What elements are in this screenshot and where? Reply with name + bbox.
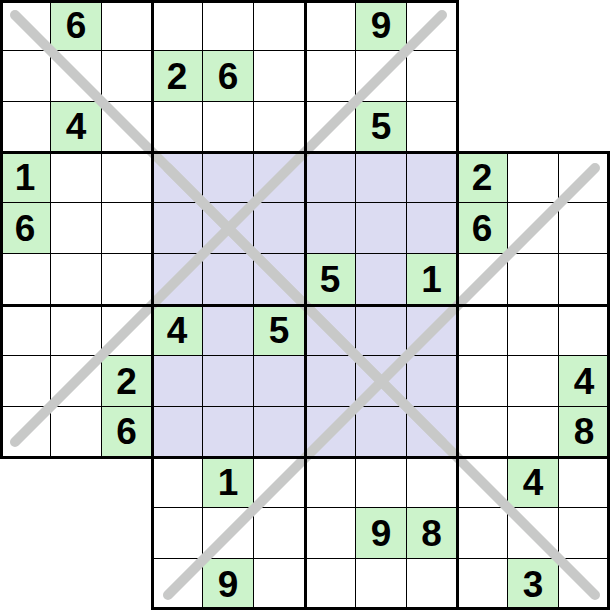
cell-r1c3[interactable]: 2: [152, 51, 203, 102]
cell-r5c0[interactable]: [0, 254, 51, 305]
cell-r9c8[interactable]: [407, 457, 457, 508]
cell-r8c0[interactable]: [0, 407, 51, 457]
cell-value: 4: [523, 464, 544, 501]
cell-r0c7[interactable]: 9: [356, 0, 407, 51]
grid-line: [0, 0, 3, 457]
cell-r8c7[interactable]: [356, 407, 407, 457]
cell-r7c7[interactable]: [356, 356, 407, 407]
cell-r3c4[interactable]: [203, 152, 254, 203]
cell-r8c4[interactable]: [203, 407, 254, 457]
cell-r2c3[interactable]: [152, 102, 203, 152]
grid-line: [0, 151, 610, 154]
cell-value: 2: [116, 363, 137, 400]
cell-r6c11[interactable]: [559, 305, 610, 356]
cell-r8c8[interactable]: [407, 407, 457, 457]
cell-r0c1[interactable]: 6: [51, 0, 102, 51]
cell-r7c3[interactable]: [152, 356, 203, 407]
grid-line: [0, 304, 610, 307]
cell-r11c5[interactable]: [254, 559, 305, 610]
cell-r4c11[interactable]: [559, 203, 610, 254]
cell-r8c3[interactable]: [152, 407, 203, 457]
cell-r11c4[interactable]: 9: [203, 559, 254, 610]
cell-r0c3[interactable]: [152, 0, 203, 51]
cell-r3c0[interactable]: 1: [0, 152, 51, 203]
cell-r0c4[interactable]: [203, 0, 254, 51]
cell-r10c3[interactable]: [152, 508, 203, 559]
cell-r6c6[interactable]: [305, 305, 356, 356]
cell-r6c9[interactable]: [457, 305, 508, 356]
cell-r4c2[interactable]: [102, 203, 152, 254]
cell-r5c1[interactable]: [51, 254, 102, 305]
cell-r2c2[interactable]: [102, 102, 152, 152]
cell-r8c6[interactable]: [305, 407, 356, 457]
cell-value: 4: [167, 312, 188, 349]
cell-r10c5[interactable]: [254, 508, 305, 559]
cell-r6c5[interactable]: 5: [254, 305, 305, 356]
cell-r5c3[interactable]: [152, 254, 203, 305]
cell-r1c4[interactable]: 6: [203, 51, 254, 102]
cell-r0c2[interactable]: [102, 0, 152, 51]
cell-r9c6[interactable]: [305, 457, 356, 508]
cell-r11c8[interactable]: [407, 559, 457, 610]
cell-r5c4[interactable]: [203, 254, 254, 305]
cell-r2c1[interactable]: 4: [51, 102, 102, 152]
cell-r7c4[interactable]: [203, 356, 254, 407]
cell-value: 1: [15, 159, 36, 196]
cell-r1c7[interactable]: [356, 51, 407, 102]
cell-r7c6[interactable]: [305, 356, 356, 407]
cell-value: 6: [472, 210, 493, 247]
cell-r2c0[interactable]: [0, 102, 51, 152]
cell-r4c9[interactable]: 6: [457, 203, 508, 254]
cell-r3c8[interactable]: [407, 152, 457, 203]
cell-value: 3: [523, 566, 544, 603]
cell-r10c7[interactable]: 9: [356, 508, 407, 559]
cell-r8c1[interactable]: [51, 407, 102, 457]
cell-r7c9[interactable]: [457, 356, 508, 407]
cell-r7c1[interactable]: [51, 356, 102, 407]
cell-value: 1: [421, 261, 442, 298]
cell-r3c3[interactable]: [152, 152, 203, 203]
cell-r5c7[interactable]: [356, 254, 407, 305]
cell-r9c7[interactable]: [356, 457, 407, 508]
cell-r5c5[interactable]: [254, 254, 305, 305]
cell-r2c7[interactable]: 5: [356, 102, 407, 152]
cell-value: 2: [472, 159, 493, 196]
cell-r3c1[interactable]: [51, 152, 102, 203]
cell-value: 2: [167, 58, 188, 95]
cell-r6c2[interactable]: [102, 305, 152, 356]
cell-r8c10[interactable]: [508, 407, 559, 457]
cell-r8c11[interactable]: 8: [559, 407, 610, 457]
cell-r3c10[interactable]: [508, 152, 559, 203]
cell-r11c9[interactable]: [457, 559, 508, 610]
cell-r9c11[interactable]: [559, 457, 610, 508]
cell-r10c6[interactable]: [305, 508, 356, 559]
cell-r1c5[interactable]: [254, 51, 305, 102]
cell-r6c4[interactable]: [203, 305, 254, 356]
cell-r11c6[interactable]: [305, 559, 356, 610]
cell-r11c7[interactable]: [356, 559, 407, 610]
cell-r3c11[interactable]: [559, 152, 610, 203]
cell-r9c3[interactable]: [152, 457, 203, 508]
cell-r9c10[interactable]: 4: [508, 457, 559, 508]
cell-r5c2[interactable]: [102, 254, 152, 305]
cell-value: 5: [371, 108, 392, 145]
cell-r1c6[interactable]: [305, 51, 356, 102]
cell-r3c9[interactable]: 2: [457, 152, 508, 203]
cell-value: 9: [218, 566, 239, 603]
cell-r3c7[interactable]: [356, 152, 407, 203]
cell-r10c4[interactable]: [203, 508, 254, 559]
cell-r7c10[interactable]: [508, 356, 559, 407]
cell-value: 8: [574, 413, 595, 450]
cell-r5c11[interactable]: [559, 254, 610, 305]
cell-r6c0[interactable]: [0, 305, 51, 356]
cell-value: 6: [15, 210, 36, 247]
cell-r5c6[interactable]: 5: [305, 254, 356, 305]
cell-r9c9[interactable]: [457, 457, 508, 508]
cell-r3c6[interactable]: [305, 152, 356, 203]
cell-r1c2[interactable]: [102, 51, 152, 102]
cell-r2c6[interactable]: [305, 102, 356, 152]
cell-r0c0[interactable]: [0, 0, 51, 51]
cell-r5c8[interactable]: 1: [407, 254, 457, 305]
cell-r4c3[interactable]: [152, 203, 203, 254]
cell-r8c5[interactable]: [254, 407, 305, 457]
cell-r7c2[interactable]: 2: [102, 356, 152, 407]
cell-r10c9[interactable]: [457, 508, 508, 559]
cell-r5c10[interactable]: [508, 254, 559, 305]
cell-r2c4[interactable]: [203, 102, 254, 152]
cell-value: 4: [66, 108, 87, 145]
cell-r0c8[interactable]: [407, 0, 457, 51]
cell-r11c11[interactable]: [559, 559, 610, 610]
cell-r1c1[interactable]: [51, 51, 102, 102]
cell-value: 4: [574, 363, 595, 400]
cell-r9c4[interactable]: 1: [203, 457, 254, 508]
cell-r4c7[interactable]: [356, 203, 407, 254]
cell-r6c3[interactable]: 4: [152, 305, 203, 356]
cell-r5c9[interactable]: [457, 254, 508, 305]
cell-r10c11[interactable]: [559, 508, 610, 559]
cell-r4c1[interactable]: [51, 203, 102, 254]
cell-r1c8[interactable]: [407, 51, 457, 102]
cell-r8c2[interactable]: 6: [102, 407, 152, 457]
cell-value: 1: [218, 464, 239, 501]
cell-value: 6: [66, 7, 87, 44]
cell-value: 9: [371, 515, 392, 552]
cell-r11c3[interactable]: [152, 559, 203, 610]
cell-value: 6: [116, 413, 137, 450]
cell-r7c5[interactable]: [254, 356, 305, 407]
cell-r2c8[interactable]: [407, 102, 457, 152]
cell-r8c9[interactable]: [457, 407, 508, 457]
cell-r1c0[interactable]: [0, 51, 51, 102]
cell-r10c8[interactable]: 8: [407, 508, 457, 559]
cell-value: 8: [421, 515, 442, 552]
cell-r3c5[interactable]: [254, 152, 305, 203]
cell-r0c6[interactable]: [305, 0, 356, 51]
cell-r9c5[interactable]: [254, 457, 305, 508]
cell-r4c0[interactable]: 6: [0, 203, 51, 254]
cell-value: 6: [218, 58, 239, 95]
cell-r6c1[interactable]: [51, 305, 102, 356]
cell-r6c10[interactable]: [508, 305, 559, 356]
cell-r11c10[interactable]: 3: [508, 559, 559, 610]
cell-r4c10[interactable]: [508, 203, 559, 254]
sudoku-board: 692645126651452468149893: [0, 0, 610, 610]
cell-r7c11[interactable]: 4: [559, 356, 610, 407]
cell-value: 5: [269, 312, 290, 349]
cell-r2c5[interactable]: [254, 102, 305, 152]
grid-line: [0, 456, 610, 459]
cell-r10c10[interactable]: [508, 508, 559, 559]
cell-r4c4[interactable]: [203, 203, 254, 254]
grid-line: [0, 0, 457, 3]
cell-r6c7[interactable]: [356, 305, 407, 356]
cell-r7c8[interactable]: [407, 356, 457, 407]
cell-r4c8[interactable]: [407, 203, 457, 254]
cell-r6c8[interactable]: [407, 305, 457, 356]
cell-r4c5[interactable]: [254, 203, 305, 254]
cell-value: 9: [371, 7, 392, 44]
cell-value: 5: [320, 261, 341, 298]
cell-r0c5[interactable]: [254, 0, 305, 51]
cell-r7c0[interactable]: [0, 356, 51, 407]
cell-r3c2[interactable]: [102, 152, 152, 203]
cell-r4c6[interactable]: [305, 203, 356, 254]
